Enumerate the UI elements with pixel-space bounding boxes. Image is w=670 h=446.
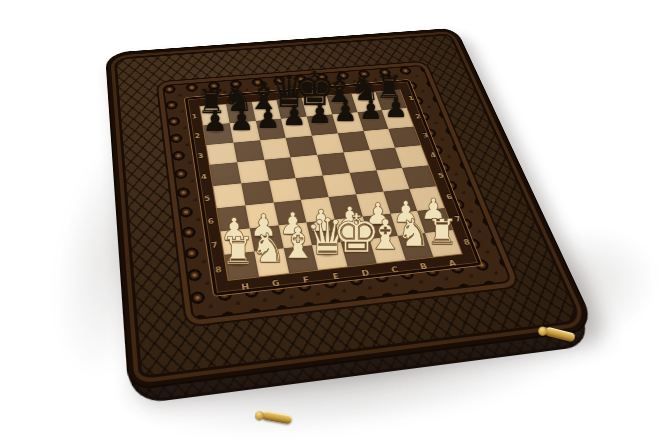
rank-label-left-4: 4	[197, 171, 212, 182]
rank-label-left-3: 3	[194, 151, 208, 162]
piece-black-pawn[interactable]: ♟	[282, 102, 306, 129]
piece-black-pawn[interactable]: ♟	[229, 107, 254, 135]
file-label-bottom-h: H	[237, 280, 253, 294]
photo-stage: HHGGFFEEDDCCBBAA1122334455667788 ♜♞♝♛♚♝♞…	[0, 0, 670, 446]
file-label-bottom-d: D	[357, 266, 374, 279]
square-a3[interactable]	[388, 126, 420, 148]
piece-black-pawn[interactable]: ♟	[203, 109, 228, 137]
file-label-bottom-f: F	[298, 273, 315, 287]
rank-label-left-6: 6	[203, 215, 218, 227]
square-h4[interactable]	[210, 162, 241, 186]
piece-black-pawn[interactable]: ♟	[359, 96, 383, 123]
file-label-bottom-g: G	[268, 277, 285, 291]
piece-black-pawn[interactable]: ♟	[256, 105, 281, 132]
square-g3[interactable]	[233, 140, 264, 162]
square-a4[interactable]	[395, 145, 428, 167]
brass-latch-bottom	[261, 410, 292, 424]
piece-black-pawn[interactable]: ♟	[334, 98, 358, 125]
pieces-layer: ♜♞♝♛♚♝♞♜♟♟♟♟♟♟♟♟♟♟♟♟♟♟♟♟♜♞♝♛♚♝♞♜	[0, 0, 670, 446]
piece-black-pawn[interactable]: ♟	[308, 100, 332, 127]
piece-white-rook[interactable]: ♜	[426, 213, 457, 248]
rank-label-left-5: 5	[200, 193, 215, 205]
file-label-bottom-b: B	[415, 260, 432, 273]
brass-bar	[261, 410, 292, 424]
file-label-bottom-c: C	[386, 263, 403, 276]
piece-black-pawn[interactable]: ♟	[384, 94, 408, 120]
square-h5[interactable]	[213, 183, 245, 208]
file-label-bottom-a: A	[444, 257, 462, 270]
file-label-bottom-e: E	[328, 270, 345, 283]
square-h3[interactable]	[206, 142, 237, 165]
